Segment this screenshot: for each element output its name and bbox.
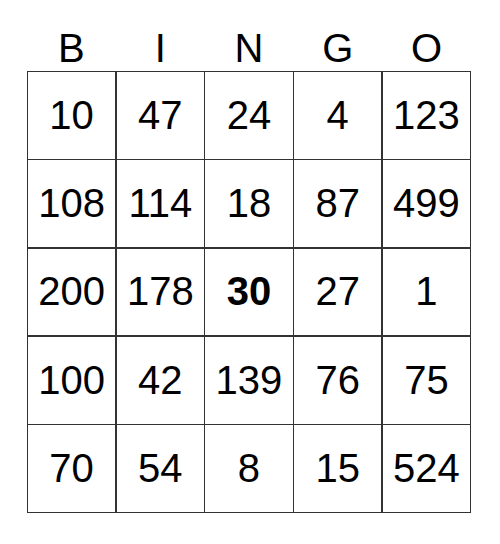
- cell-r0c0[interactable]: 10: [28, 72, 115, 159]
- cell-r4c0[interactable]: 70: [28, 425, 115, 512]
- cell-r4c4[interactable]: 524: [383, 425, 470, 512]
- cell-r3c0[interactable]: 100: [28, 337, 115, 424]
- cell-r4c1[interactable]: 54: [117, 425, 204, 512]
- cell-r2c3[interactable]: 27: [294, 249, 381, 336]
- cell-r0c3[interactable]: 4: [294, 72, 381, 159]
- cell-r3c4[interactable]: 75: [383, 337, 470, 424]
- cell-r2c2-center[interactable]: 30: [205, 249, 292, 336]
- cell-r1c0[interactable]: 108: [28, 160, 115, 247]
- cell-r3c2[interactable]: 139: [205, 337, 292, 424]
- bingo-header-row: B I N G O: [27, 0, 471, 71]
- cell-r2c0[interactable]: 200: [28, 249, 115, 336]
- cell-r2c4[interactable]: 1: [383, 249, 470, 336]
- cell-r1c2[interactable]: 18: [205, 160, 292, 247]
- cell-r0c1[interactable]: 47: [117, 72, 204, 159]
- cell-r1c3[interactable]: 87: [294, 160, 381, 247]
- cell-r1c4[interactable]: 499: [383, 160, 470, 247]
- bingo-card-grid: 10 47 24 4 123 108 114 18 87 499 200 178…: [27, 71, 471, 513]
- cell-r0c4[interactable]: 123: [383, 72, 470, 159]
- cell-r2c1[interactable]: 178: [117, 249, 204, 336]
- cell-r1c1[interactable]: 114: [117, 160, 204, 247]
- cell-r0c2[interactable]: 24: [205, 72, 292, 159]
- cell-r4c2[interactable]: 8: [205, 425, 292, 512]
- cell-r3c1[interactable]: 42: [117, 337, 204, 424]
- cell-r3c3[interactable]: 76: [294, 337, 381, 424]
- cell-r4c3[interactable]: 15: [294, 425, 381, 512]
